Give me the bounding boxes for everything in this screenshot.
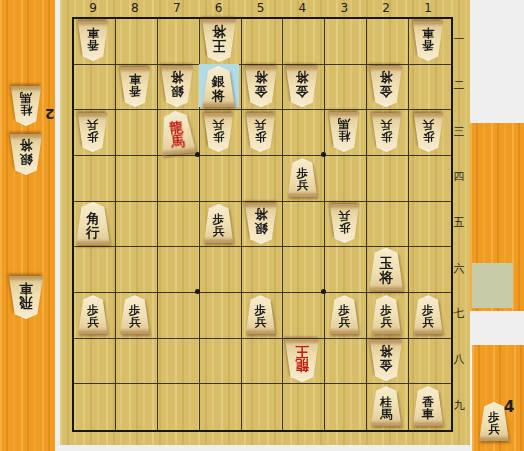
piece-body: 王将 <box>200 19 238 62</box>
piece-kanji: 歩兵 <box>422 305 434 328</box>
piece-gote-gold[interactable]: 金将 <box>284 66 320 107</box>
piece-body: 銀将 <box>201 66 237 107</box>
piece-gote-pawn[interactable]: 歩兵 <box>412 113 445 152</box>
piece-body: 銀将 <box>159 66 195 107</box>
board-cell[interactable] <box>116 110 158 156</box>
board-cell[interactable] <box>325 339 367 385</box>
piece-body: 歩兵 <box>328 295 361 334</box>
piece-gote-rook[interactable]: 飛車 <box>7 276 45 319</box>
gote-hand-panel <box>0 0 55 451</box>
star-point <box>195 152 200 157</box>
board-cell[interactable] <box>325 19 367 65</box>
board-cell[interactable] <box>116 247 158 293</box>
piece-kanji: 香車 <box>129 72 141 96</box>
piece-kanji: 龍王 <box>296 345 310 373</box>
star-point <box>195 289 200 294</box>
piece-body: 歩兵 <box>244 295 277 334</box>
piece-gote-gold[interactable]: 金将 <box>368 340 404 381</box>
piece-sente-promoted-bishop[interactable]: 龍馬 <box>156 109 198 156</box>
piece-kanji: 金将 <box>254 71 267 98</box>
board-cell[interactable] <box>283 384 325 430</box>
board-cell[interactable] <box>409 202 451 248</box>
board-cell[interactable] <box>74 247 116 293</box>
file-label: 3 <box>323 1 365 15</box>
board-cell[interactable] <box>158 339 200 385</box>
board-cell[interactable] <box>74 339 116 385</box>
board-cell[interactable] <box>283 293 325 339</box>
board-cell[interactable] <box>409 156 451 202</box>
hand-slot-highlight[interactable] <box>472 263 513 308</box>
board-cell[interactable] <box>74 65 116 111</box>
piece-body: 歩兵 <box>76 113 109 152</box>
piece-body: 歩兵 <box>286 158 319 197</box>
piece-kanji: 玉将 <box>379 257 393 285</box>
board-cell[interactable] <box>158 156 200 202</box>
piece-kanji: 歩兵 <box>129 305 141 328</box>
file-label: 1 <box>407 1 449 15</box>
piece-gote-lance[interactable]: 香車 <box>118 67 152 107</box>
board-cell[interactable] <box>116 202 158 248</box>
piece-body: 金将 <box>368 66 404 107</box>
piece-gote-lance[interactable]: 香車 <box>411 21 445 61</box>
piece-kanji: 歩兵 <box>297 168 309 191</box>
piece-gote-pawn[interactable]: 歩兵 <box>328 204 361 243</box>
board-cell[interactable] <box>283 19 325 65</box>
board-cell[interactable] <box>367 156 409 202</box>
board-cell[interactable] <box>74 384 116 430</box>
piece-body: 歩兵 <box>202 113 235 152</box>
piece-kanji: 歩兵 <box>255 305 267 328</box>
board-cell[interactable] <box>325 65 367 111</box>
piece-body: 歩兵 <box>118 295 151 334</box>
board-cell[interactable] <box>242 156 284 202</box>
piece-body: 金将 <box>243 66 279 107</box>
board-cell[interactable] <box>242 19 284 65</box>
board-cell[interactable] <box>200 293 242 339</box>
board-cell[interactable] <box>158 293 200 339</box>
piece-body: 歩兵 <box>244 113 277 152</box>
board-cell[interactable] <box>325 156 367 202</box>
piece-body: 歩兵 <box>328 204 361 243</box>
piece-gote-silver[interactable]: 銀将 <box>159 66 195 107</box>
board-cell[interactable] <box>283 247 325 293</box>
piece-kanji: 桂馬 <box>338 118 350 142</box>
hand-count: 2 <box>45 106 55 122</box>
piece-body: 桂馬 <box>9 86 43 126</box>
piece-kanji: 歩兵 <box>255 118 267 141</box>
board-cell[interactable] <box>158 202 200 248</box>
board-cell[interactable] <box>409 339 451 385</box>
piece-sente-pawn[interactable]: 歩兵 <box>202 204 235 243</box>
piece-kanji: 歩兵 <box>339 210 351 233</box>
board-cell[interactable] <box>242 384 284 430</box>
piece-kanji: 角行 <box>86 212 100 240</box>
piece-body: 香車 <box>411 21 445 61</box>
file-labels: 987654321 <box>72 1 449 15</box>
piece-body: 香車 <box>411 386 445 426</box>
piece-body: 歩兵 <box>412 295 445 334</box>
piece-body: 金将 <box>368 340 404 381</box>
board-cell[interactable] <box>200 339 242 385</box>
piece-kanji: 歩兵 <box>87 118 99 141</box>
file-label: 7 <box>156 1 198 15</box>
board-cell[interactable] <box>200 156 242 202</box>
piece-kanji: 飛車 <box>19 282 33 310</box>
shogi-app: 987654321 一二三四五六七八九 香車王将香車香車銀将銀将金将金将金将歩兵… <box>0 0 524 451</box>
board-cell[interactable] <box>116 19 158 65</box>
board-cell[interactable] <box>200 384 242 430</box>
piece-body: 銀将 <box>8 134 44 175</box>
board-cell[interactable] <box>74 156 116 202</box>
piece-sente-pawn[interactable]: 歩兵 <box>76 295 109 334</box>
board-cell[interactable] <box>325 384 367 430</box>
piece-body: 銀将 <box>243 203 279 244</box>
file-label: 2 <box>365 1 407 15</box>
piece-body: 歩兵 <box>412 113 445 152</box>
file-label: 5 <box>240 1 282 15</box>
hand-count: 4 <box>504 398 514 416</box>
piece-body: 歩兵 <box>370 113 403 152</box>
board-cell[interactable] <box>283 202 325 248</box>
piece-kanji: 歩兵 <box>213 118 225 141</box>
piece-sente-pawn[interactable]: 歩兵 <box>244 295 277 334</box>
piece-body: 角行 <box>74 202 112 245</box>
piece-body: 玉将 <box>367 248 405 291</box>
piece-sente-silver[interactable]: 銀将 <box>201 66 237 107</box>
piece-gote-gold[interactable]: 金将 <box>368 66 404 107</box>
piece-body: 香車 <box>118 67 152 107</box>
piece-gote-pawn[interactable]: 歩兵 <box>244 113 277 152</box>
piece-gote-knight[interactable]: 桂馬 <box>9 86 43 126</box>
piece-body: 歩兵 <box>370 295 403 334</box>
piece-body: 歩兵 <box>202 204 235 243</box>
file-label: 4 <box>281 1 323 15</box>
board-cell[interactable] <box>283 110 325 156</box>
piece-kanji: 銀将 <box>254 208 267 235</box>
piece-sente-pawn[interactable]: 歩兵 <box>286 158 319 197</box>
piece-kanji: 歩兵 <box>422 118 434 141</box>
piece-gote-pawn[interactable]: 歩兵 <box>202 113 235 152</box>
board-cell[interactable] <box>158 247 200 293</box>
piece-kanji: 銀将 <box>20 139 33 166</box>
piece-sente-pawn[interactable]: 歩兵 <box>370 295 403 334</box>
piece-kanji: 王将 <box>212 25 226 53</box>
piece-gote-knight[interactable]: 桂馬 <box>327 112 361 152</box>
board-cell[interactable] <box>242 247 284 293</box>
star-point <box>321 152 326 157</box>
file-label: 8 <box>114 1 156 15</box>
board-cell[interactable] <box>158 19 200 65</box>
piece-gote-silver[interactable]: 銀将 <box>8 134 44 175</box>
piece-kanji: 歩兵 <box>380 305 392 328</box>
piece-kanji: 歩兵 <box>339 305 351 328</box>
piece-gote-king[interactable]: 王将 <box>200 19 238 62</box>
piece-kanji: 金将 <box>380 345 393 372</box>
piece-kanji: 桂馬 <box>20 92 32 116</box>
piece-kanji: 歩兵 <box>488 412 500 435</box>
board-cell[interactable] <box>158 384 200 430</box>
piece-body: 龍王 <box>283 339 321 382</box>
piece-body: 桂馬 <box>369 386 403 426</box>
piece-kanji: 銀将 <box>212 75 225 102</box>
board-cell[interactable] <box>116 339 158 385</box>
piece-kanji: 歩兵 <box>87 305 99 328</box>
piece-kanji: 香車 <box>87 27 99 51</box>
piece-body: 桂馬 <box>327 112 361 152</box>
piece-gote-pawn[interactable]: 歩兵 <box>370 113 403 152</box>
piece-gote-gold[interactable]: 金将 <box>243 66 279 107</box>
piece-sente-pawn[interactable]: 歩兵 <box>328 295 361 334</box>
piece-kanji: 金将 <box>380 71 393 98</box>
piece-sente-knight[interactable]: 桂馬 <box>369 386 403 426</box>
piece-gote-silver[interactable]: 銀将 <box>243 203 279 244</box>
board-cell[interactable] <box>116 156 158 202</box>
piece-body: 金将 <box>284 66 320 107</box>
piece-kanji: 香車 <box>422 396 434 420</box>
board-cell[interactable] <box>242 339 284 385</box>
board-cell[interactable] <box>200 247 242 293</box>
board-cell[interactable] <box>367 202 409 248</box>
piece-kanji: 歩兵 <box>213 214 225 237</box>
star-point <box>321 289 326 294</box>
piece-sente-pawn[interactable]: 歩兵 <box>118 295 151 334</box>
piece-kanji: 桂馬 <box>380 396 392 420</box>
piece-kanji: 香車 <box>422 27 434 51</box>
piece-body: 龍馬 <box>156 109 198 156</box>
piece-body: 香車 <box>76 21 110 61</box>
piece-kanji: 金将 <box>296 71 309 98</box>
piece-body: 飛車 <box>7 276 45 319</box>
board-cell[interactable] <box>325 247 367 293</box>
piece-sente-pawn[interactable]: 歩兵 <box>412 295 445 334</box>
file-label: 6 <box>198 1 240 15</box>
board-cell[interactable] <box>409 65 451 111</box>
piece-kanji: 歩兵 <box>380 118 392 141</box>
board-cell[interactable] <box>409 247 451 293</box>
piece-gote-lance[interactable]: 香車 <box>76 21 110 61</box>
board-cell[interactable] <box>116 384 158 430</box>
piece-body: 歩兵 <box>76 295 109 334</box>
board-cell[interactable] <box>367 19 409 65</box>
piece-gote-pawn[interactable]: 歩兵 <box>76 113 109 152</box>
file-label: 9 <box>72 1 114 15</box>
piece-kanji: 龍馬 <box>169 120 185 149</box>
piece-gote-promoted-rook[interactable]: 龍王 <box>283 339 321 382</box>
piece-sente-king[interactable]: 玉将 <box>367 248 405 291</box>
piece-sente-bishop[interactable]: 角行 <box>74 202 112 245</box>
piece-sente-lance[interactable]: 香車 <box>411 386 445 426</box>
piece-kanji: 銀将 <box>170 71 183 98</box>
